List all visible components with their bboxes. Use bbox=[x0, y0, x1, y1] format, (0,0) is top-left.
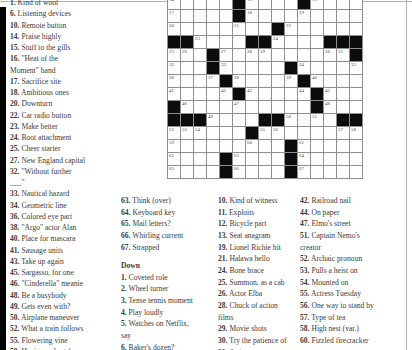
grid-cell-r15c3[interactable] bbox=[194, 166, 206, 178]
cell-number: 41 bbox=[169, 88, 174, 93]
grid-cell-r9c9[interactable] bbox=[272, 88, 284, 100]
grid-cell-r6c9[interactable] bbox=[272, 49, 284, 61]
cell-number: 50 bbox=[286, 114, 291, 119]
block-cell-r5c13 bbox=[324, 36, 336, 48]
cell-number: 47 bbox=[234, 101, 239, 106]
grid-cell-r12c9[interactable]: 56 bbox=[272, 127, 284, 139]
clue-line: 65. Mail letters? bbox=[121, 218, 193, 230]
block-cell-r9c12 bbox=[311, 88, 323, 100]
block-cell-r5c2 bbox=[181, 36, 193, 48]
clue-line: 17. Sacrifice site bbox=[10, 76, 85, 87]
grid-cell-r6c12[interactable] bbox=[311, 49, 323, 61]
grid-cell-r8c13[interactable] bbox=[324, 75, 336, 87]
grid-cell-r5c10[interactable] bbox=[285, 36, 297, 48]
grid-cell-r11c11[interactable] bbox=[298, 114, 310, 126]
cell-number: 16 bbox=[312, 0, 317, 2]
clue-line: 11. Exploits bbox=[218, 207, 287, 219]
grid-cell-r11c12[interactable]: 51 bbox=[311, 114, 323, 126]
block-cell-r5c7 bbox=[246, 36, 258, 48]
grid-cell-r5c12[interactable] bbox=[311, 36, 323, 48]
block-cell-r12c7 bbox=[246, 127, 258, 139]
grid-cell-r2c3[interactable] bbox=[194, 0, 206, 9]
clue-line: 38. "Argo" actor Alan bbox=[10, 222, 85, 233]
clue-line: 57. Type of tea bbox=[300, 312, 374, 324]
block-cell-r14c5 bbox=[220, 153, 232, 165]
cell-number: 51 bbox=[312, 114, 317, 119]
clue-line: 20. Downturn bbox=[10, 98, 85, 109]
grid-cell-r15c9[interactable] bbox=[272, 166, 284, 178]
grid-cell-r3c8[interactable] bbox=[259, 10, 271, 22]
block-cell-r11c8 bbox=[259, 114, 271, 126]
grid-cell-r4c6[interactable]: 21 bbox=[233, 23, 245, 35]
grid-cell-r11c13[interactable] bbox=[324, 114, 336, 126]
block-cell-r11c1 bbox=[168, 114, 180, 126]
grid-cell-r8c1[interactable]: 36 bbox=[168, 75, 180, 87]
grid-cell-r2c8[interactable] bbox=[259, 0, 271, 9]
cell-number: 43 bbox=[247, 88, 252, 93]
grid-cell-r13c11[interactable]: 61 bbox=[298, 140, 310, 152]
grid-cell-r7c2[interactable] bbox=[181, 62, 193, 74]
grid-cell-r4c14[interactable] bbox=[337, 23, 349, 35]
grid-cell-r12c11[interactable] bbox=[298, 127, 310, 139]
grid-cell-r10c2[interactable]: 46 bbox=[181, 101, 193, 113]
grid-cell-r14c11[interactable]: 64 bbox=[298, 153, 310, 165]
grid-cell-r14c3[interactable] bbox=[194, 153, 206, 165]
grid-cell-r6c10[interactable] bbox=[285, 49, 297, 61]
grid-cell-r7c8[interactable] bbox=[259, 62, 271, 74]
clue-line: 3. Tense tennis moment bbox=[121, 295, 193, 307]
grid-cell-r12c6[interactable] bbox=[233, 127, 245, 139]
grid-cell-r2c2[interactable] bbox=[181, 0, 193, 9]
cell-number: 29 bbox=[260, 49, 265, 54]
clue-line: 6. Listening devices bbox=[10, 8, 85, 19]
grid-cell-r10c3[interactable] bbox=[194, 101, 206, 113]
grid-cell-r4c2[interactable] bbox=[181, 23, 193, 35]
clue-line: 5. Watches on Netflix, bbox=[121, 318, 193, 330]
grid-cell-r13c4[interactable] bbox=[207, 140, 219, 152]
grid-cell-r8c14[interactable] bbox=[337, 75, 349, 87]
clue-line: 4. Play loudly bbox=[121, 307, 193, 319]
cell-number: 37 bbox=[208, 75, 213, 80]
grid-cell-r8c2[interactable] bbox=[181, 75, 193, 87]
clues-column-2: 63. Think (over)64. Keyboard key65. Mail… bbox=[121, 195, 193, 350]
cell-number: 33 bbox=[221, 62, 226, 67]
block-cell-r5c15 bbox=[350, 36, 362, 48]
grid-cell-r14c15[interactable] bbox=[350, 153, 362, 165]
clue-line: 50. Airplane maneuver bbox=[10, 312, 85, 323]
grid-cell-r4c11[interactable] bbox=[298, 23, 310, 35]
grid-cell-r12c12[interactable] bbox=[311, 127, 323, 139]
grid-cell-r7c7[interactable] bbox=[246, 62, 258, 74]
grid-cell-r12c14[interactable]: 57 bbox=[337, 127, 349, 139]
grid-cell-r15c13[interactable] bbox=[324, 166, 336, 178]
block-cell-r7c4 bbox=[207, 62, 219, 74]
grid-cell-r4c15[interactable] bbox=[350, 23, 362, 35]
grid-cell-r15c12[interactable] bbox=[311, 166, 323, 178]
cell-number: 40 bbox=[312, 75, 317, 80]
grid-cell-r15c11[interactable]: 67 bbox=[298, 166, 310, 178]
cell-number: 31 bbox=[338, 49, 343, 54]
grid-cell-r8c9[interactable] bbox=[272, 75, 284, 87]
cell-number: 57 bbox=[338, 127, 343, 132]
grid-cell-r9c2[interactable] bbox=[181, 88, 193, 100]
grid-cell-r5c11[interactable] bbox=[298, 36, 310, 48]
grid-cell-r3c14[interactable] bbox=[337, 10, 349, 22]
grid-cell-r6c13[interactable]: 30 bbox=[324, 49, 336, 61]
grid-cell-r15c14[interactable] bbox=[337, 166, 349, 178]
clue-line: 45. Sargasso, for one bbox=[10, 267, 85, 278]
cell-number: 42 bbox=[221, 88, 226, 93]
grid-cell-r4c3[interactable] bbox=[194, 23, 206, 35]
grid-cell-r10c15[interactable] bbox=[350, 101, 362, 113]
grid-cell-r11c7[interactable] bbox=[246, 114, 258, 126]
grid-cell-r2c12[interactable]: 16 bbox=[311, 0, 323, 9]
clue-line: 30. Try the patience of bbox=[218, 335, 287, 347]
grid-cell-r4c10[interactable]: 22 bbox=[285, 23, 297, 35]
grid-cell-r14c2[interactable] bbox=[181, 153, 193, 165]
grid-cell-r9c10[interactable] bbox=[285, 88, 297, 100]
grid-cell-r12c3[interactable]: 54 bbox=[194, 127, 206, 139]
grid-cell-r13c9[interactable] bbox=[272, 140, 284, 152]
grid-cell-r7c15[interactable]: 35 bbox=[350, 62, 362, 74]
clue-line: 46. "Cinderella" meanie bbox=[10, 278, 85, 289]
grid-cell-r10c13[interactable]: 48 bbox=[324, 101, 336, 113]
cell-number: 52 bbox=[169, 127, 174, 132]
grid-cell-r3c13[interactable] bbox=[324, 10, 336, 22]
grid-cell-r2c9[interactable] bbox=[272, 0, 284, 9]
clue-line: 55. Actress Tuesday bbox=[300, 288, 374, 300]
cell-number: 20 bbox=[169, 23, 174, 28]
grid-cell-r14c13[interactable] bbox=[324, 153, 336, 165]
grid-cell-r10c9[interactable] bbox=[272, 101, 284, 113]
clue-line: 25. Cheer starter bbox=[10, 143, 85, 154]
clue-line: 59. Having a short fuse bbox=[10, 346, 85, 350]
clue-line: 55. Flowering vine bbox=[10, 335, 85, 346]
grid-cell-r7c13[interactable] bbox=[324, 62, 336, 74]
clue-line: 16. "Heat of the bbox=[10, 53, 85, 64]
clue-line: 64. Keyboard key bbox=[121, 207, 193, 219]
grid-cell-r11c4[interactable]: 49 bbox=[207, 114, 219, 126]
grid-cell-r11c5[interactable] bbox=[220, 114, 232, 126]
grid-cell-r15c4[interactable] bbox=[207, 166, 219, 178]
grid-cell-r15c15[interactable] bbox=[350, 166, 362, 178]
clue-line: 44. On paper bbox=[300, 207, 374, 219]
cell-number: 17 bbox=[169, 10, 174, 15]
grid-cell-r3c7[interactable]: 18 bbox=[246, 10, 258, 22]
cell-number: 14 bbox=[169, 0, 174, 2]
cell-number: 30 bbox=[325, 49, 330, 54]
cell-number: 44 bbox=[299, 88, 304, 93]
grid-cell-r2c4[interactable] bbox=[207, 0, 219, 9]
grid-cell-r13c5[interactable] bbox=[220, 140, 232, 152]
grid-cell-r6c8[interactable]: 29 bbox=[259, 49, 271, 61]
grid-cell-r15c6[interactable]: 66 bbox=[233, 166, 245, 178]
clue-line: 54. Mounted on bbox=[300, 277, 374, 289]
grid-cell-r2c10[interactable] bbox=[285, 0, 297, 9]
clue-line: 12. Bicycle part bbox=[218, 218, 287, 230]
grid-cell-r11c6[interactable] bbox=[233, 114, 245, 126]
block-cell-r13c10 bbox=[285, 140, 297, 152]
cell-number: 66 bbox=[234, 166, 239, 171]
clue-line: 13. Seat anagram bbox=[218, 230, 287, 242]
block-cell-r6c4 bbox=[207, 49, 219, 61]
grid-cell-r13c7[interactable]: 60 bbox=[246, 140, 258, 152]
grid-cell-r11c10[interactable]: 50 bbox=[285, 114, 297, 126]
block-cell-r5c14 bbox=[337, 36, 349, 48]
block-cell-r15c5 bbox=[220, 166, 232, 178]
grid-cell-r3c4[interactable] bbox=[207, 10, 219, 22]
grid-cell-r14c9[interactable] bbox=[272, 153, 284, 165]
clue-line: 22. Car radio button bbox=[10, 110, 85, 121]
grid-cell-r13c15[interactable] bbox=[350, 140, 362, 152]
grid-cell-r2c7[interactable]: 15 bbox=[246, 0, 258, 9]
grid-cell-r10c4[interactable] bbox=[207, 101, 219, 113]
grid-cell-r13c1[interactable]: 59 bbox=[168, 140, 180, 152]
grid-cell-r9c3[interactable] bbox=[194, 88, 206, 100]
grid-cell-r12c13[interactable] bbox=[324, 127, 336, 139]
clue-line: 21. Halawa hello bbox=[218, 253, 287, 265]
block-cell-r4c9 bbox=[272, 23, 284, 35]
grid-cell-r9c1[interactable]: 41 bbox=[168, 88, 180, 100]
grid-cell-r14c7[interactable] bbox=[246, 153, 258, 165]
clue-line: 43. Take up again bbox=[10, 256, 85, 267]
clue-line: 28. Chuck of action bbox=[218, 300, 287, 312]
grid-cell-r4c1[interactable]: 20 bbox=[168, 23, 180, 35]
cell-number: 67 bbox=[299, 166, 304, 171]
clue-line: 14. Praise highly bbox=[10, 31, 85, 42]
cell-number: 26 bbox=[182, 49, 187, 54]
grid-cell-r10c5[interactable] bbox=[220, 101, 232, 113]
grid-cell-r3c10[interactable] bbox=[285, 10, 297, 22]
grid-cell-r2c5[interactable] bbox=[220, 0, 232, 9]
grid-cell-r13c3[interactable] bbox=[194, 140, 206, 152]
cell-number: 61 bbox=[299, 140, 304, 145]
block-cell-r14c10 bbox=[285, 153, 297, 165]
grid-cell-r12c4[interactable] bbox=[207, 127, 219, 139]
cell-number: 32 bbox=[169, 62, 174, 67]
cell-number: 25 bbox=[169, 49, 174, 54]
grid-cell-r14c6[interactable]: 63 bbox=[233, 153, 245, 165]
clue-line: 58. High nest (var.) bbox=[300, 323, 374, 335]
block-cell-r6c15 bbox=[350, 49, 362, 61]
grid-cell-r9c11[interactable]: 44 bbox=[298, 88, 310, 100]
clue-line: 1. Kind of wool bbox=[10, 0, 85, 8]
clue-line: 24. Boot attachment bbox=[10, 132, 85, 143]
block-cell-r2c11 bbox=[298, 0, 310, 9]
grid-cell-r3c1[interactable]: 17 bbox=[168, 10, 180, 22]
grid-cell-r14c1[interactable]: 62 bbox=[168, 153, 180, 165]
cell-number: 62 bbox=[169, 153, 174, 158]
grid-cell-r7c9[interactable] bbox=[272, 62, 284, 74]
clue-line: 10. Remote button bbox=[10, 20, 85, 31]
grid-cell-r9c13[interactable]: 45 bbox=[324, 88, 336, 100]
cell-number: 22 bbox=[286, 23, 291, 28]
grid-cell-r3c9[interactable] bbox=[272, 10, 284, 22]
cell-number: 65 bbox=[169, 166, 174, 171]
grid-cell-r4c8[interactable] bbox=[259, 23, 271, 35]
grid-cell-r4c7[interactable] bbox=[246, 23, 258, 35]
grid-cell-r7c14[interactable] bbox=[337, 62, 349, 74]
clue-line: 41. Sausage units bbox=[10, 245, 85, 256]
grid-cell-r13c14[interactable] bbox=[337, 140, 349, 152]
grid-cell-r6c3[interactable] bbox=[194, 49, 206, 61]
grid-cell-r6c14[interactable]: 31 bbox=[337, 49, 349, 61]
grid-cell-r5c6[interactable] bbox=[233, 36, 245, 48]
grid-cell-r7c11[interactable]: 34 bbox=[298, 62, 310, 74]
cell-number: 35 bbox=[351, 62, 356, 67]
grid-cell-r3c3[interactable] bbox=[194, 10, 206, 22]
clue-line: 40. Place for mascara bbox=[10, 233, 85, 244]
block-cell-r15c10 bbox=[285, 166, 297, 178]
cell-number: 48 bbox=[325, 101, 330, 106]
cell-number: 55 bbox=[260, 127, 265, 132]
grid-cell-r2c13[interactable] bbox=[324, 0, 336, 9]
grid-cell-r5c4[interactable] bbox=[207, 36, 219, 48]
grid-cell-r10c11[interactable] bbox=[298, 101, 310, 113]
cell-number: 39 bbox=[286, 75, 291, 80]
grid-cell-r13c6[interactable] bbox=[233, 140, 245, 152]
grid-cell-r9c8[interactable] bbox=[259, 88, 271, 100]
cell-number: 34 bbox=[299, 62, 304, 67]
grid-cell-r8c12[interactable]: 40 bbox=[311, 75, 323, 87]
grid-cell-r5c3[interactable]: 23 bbox=[194, 36, 206, 48]
grid-cell-r7c1[interactable]: 32 bbox=[168, 62, 180, 74]
grid-cell-r6c6[interactable] bbox=[233, 49, 245, 61]
grid-cell-r14c4[interactable] bbox=[207, 153, 219, 165]
grid-cell-r3c5[interactable] bbox=[220, 10, 232, 22]
grid-cell-r10c14[interactable] bbox=[337, 101, 349, 113]
grid-cell-r8c4[interactable]: 37 bbox=[207, 75, 219, 87]
cell-number: 23 bbox=[195, 36, 200, 41]
grid-cell-r7c6[interactable] bbox=[233, 62, 245, 74]
clue-line: 19. Lionel Richie hit bbox=[218, 242, 287, 254]
clue-line: say bbox=[121, 330, 193, 342]
cell-number: 53 bbox=[182, 127, 187, 132]
grid-cell-r12c8[interactable]: 55 bbox=[259, 127, 271, 139]
cell-number: 21 bbox=[234, 23, 239, 28]
grid-cell-r4c5[interactable] bbox=[220, 23, 232, 35]
block-cell-r11c3 bbox=[194, 114, 206, 126]
grid-cell-r5c5[interactable] bbox=[220, 36, 232, 48]
grid-cell-r14c12[interactable] bbox=[311, 153, 323, 165]
grid-cell-r15c7[interactable] bbox=[246, 166, 258, 178]
grid-cell-r15c2[interactable] bbox=[181, 166, 193, 178]
grid-cell-r6c7[interactable]: 28 bbox=[246, 49, 258, 61]
block-cell-r10c1 bbox=[168, 101, 180, 113]
grid-cell-r9c5[interactable]: 42 bbox=[220, 88, 232, 100]
grid-cell-r2c1[interactable]: 14 bbox=[168, 0, 180, 9]
grid-cell-r13c12[interactable] bbox=[311, 140, 323, 152]
grid-cell-r13c2[interactable] bbox=[181, 140, 193, 152]
block-cell-r9c6 bbox=[233, 88, 245, 100]
clue-line: 15. Stuff to the gills bbox=[10, 42, 85, 53]
clue-line: 26. Actor Elba bbox=[218, 288, 287, 300]
grid-cell-r14c14[interactable] bbox=[337, 153, 349, 165]
grid-cell-r2c15[interactable] bbox=[350, 0, 362, 9]
grid-cell-r3c11[interactable]: 19 bbox=[298, 10, 310, 22]
grid-cell-r8c7[interactable] bbox=[246, 75, 258, 87]
grid-cell-r6c1[interactable]: 25 bbox=[168, 49, 180, 61]
grid-cell-r6c5[interactable]: 27 bbox=[220, 49, 232, 61]
grid-cell-r8c3[interactable] bbox=[194, 75, 206, 87]
cell-number: 18 bbox=[247, 10, 252, 15]
grid-cell-r12c1[interactable]: 52 bbox=[168, 127, 180, 139]
grid-cell-r12c10[interactable] bbox=[285, 127, 297, 139]
cell-number: 46 bbox=[182, 101, 187, 106]
clue-line: 52. Archaic pronoun bbox=[300, 253, 374, 265]
block-cell-r10c12 bbox=[311, 101, 323, 113]
clues-column-3: 10. Kind of witness11. Exploits12. Bicyc… bbox=[218, 195, 287, 350]
clue-line: 31. Staircase part bbox=[218, 347, 287, 350]
across-clues-column: 1. Kind of wool6. Listening devices10. R… bbox=[10, 0, 85, 350]
grid-cell-r4c4[interactable] bbox=[207, 23, 219, 35]
clue-line: 23. Make better bbox=[10, 121, 85, 132]
grid-cell-r9c4[interactable] bbox=[207, 88, 219, 100]
clue-line: ___" bbox=[10, 177, 85, 188]
clue-line: 24. Bone brace bbox=[218, 265, 287, 277]
clue-line: 10. Kind of witness bbox=[218, 195, 287, 207]
clue-line: 27. New England capital bbox=[10, 155, 85, 166]
grid-cell-r9c14[interactable] bbox=[337, 88, 349, 100]
grid-cell-r8c6[interactable]: 38 bbox=[233, 75, 245, 87]
grid-cell-r12c15[interactable]: 58 bbox=[350, 127, 362, 139]
grid-cell-r2c14[interactable] bbox=[337, 0, 349, 9]
grid-cell-r8c10[interactable]: 39 bbox=[285, 75, 297, 87]
clue-line: 67. Strapped bbox=[121, 242, 193, 254]
page-left-edge-bar bbox=[0, 7, 6, 350]
grid-cell-r3c2[interactable] bbox=[181, 10, 193, 22]
cell-number: 19 bbox=[299, 10, 304, 15]
clue-line: 60. Fizzled firecracker bbox=[300, 335, 374, 347]
grid-cell-r13c13[interactable] bbox=[324, 140, 336, 152]
grid-cell-r12c5[interactable] bbox=[220, 127, 232, 139]
grid-cell-r13c8[interactable] bbox=[259, 140, 271, 152]
clue-line: 2. Wheel turner bbox=[121, 283, 193, 295]
grid-cell-r15c1[interactable]: 65 bbox=[168, 166, 180, 178]
grid-cell-r14c8[interactable] bbox=[259, 153, 271, 165]
clue-line: 48. Be a busybody bbox=[10, 290, 85, 301]
grid-cell-r7c3[interactable] bbox=[194, 62, 206, 74]
block-cell-r5c8 bbox=[259, 36, 271, 48]
grid-cell-r9c7[interactable]: 43 bbox=[246, 88, 258, 100]
page-right-edge bbox=[406, 0, 407, 350]
grid-cell-r10c10[interactable] bbox=[285, 101, 297, 113]
grid-cell-r3c12[interactable] bbox=[311, 10, 323, 22]
grid-cell-r6c11[interactable] bbox=[298, 49, 310, 61]
grid-cell-r7c12[interactable] bbox=[311, 62, 323, 74]
crossword-grid: 1234567891011121314151617181920212223242… bbox=[167, 0, 363, 179]
block-cell-r2c6 bbox=[233, 0, 245, 9]
cell-number: 60 bbox=[247, 140, 252, 145]
grid-cell-r10c6[interactable]: 47 bbox=[233, 101, 245, 113]
grid-cell-r7c5[interactable]: 33 bbox=[220, 62, 232, 74]
grid-cell-r10c7[interactable] bbox=[246, 101, 258, 113]
clue-line: 29. Movie shots bbox=[218, 323, 287, 335]
grid-cell-r3c15[interactable] bbox=[350, 10, 362, 22]
grid-cell-r15c8[interactable] bbox=[259, 166, 271, 178]
grid-cell-r9c15[interactable] bbox=[350, 88, 362, 100]
grid-cell-r4c13[interactable] bbox=[324, 23, 336, 35]
clue-line: 33. Nautical hazard bbox=[10, 188, 85, 199]
grid-cell-r8c8[interactable] bbox=[259, 75, 271, 87]
grid-cell-r6c2[interactable]: 26 bbox=[181, 49, 193, 61]
grid-cell-r4c12[interactable] bbox=[311, 23, 323, 35]
grid-cell-r10c8[interactable] bbox=[259, 101, 271, 113]
cell-number: 36 bbox=[169, 75, 174, 80]
grid-cell-r12c2[interactable]: 53 bbox=[181, 127, 193, 139]
grid-cell-r5c9[interactable]: 24 bbox=[272, 36, 284, 48]
grid-cell-r8c15[interactable] bbox=[350, 75, 362, 87]
